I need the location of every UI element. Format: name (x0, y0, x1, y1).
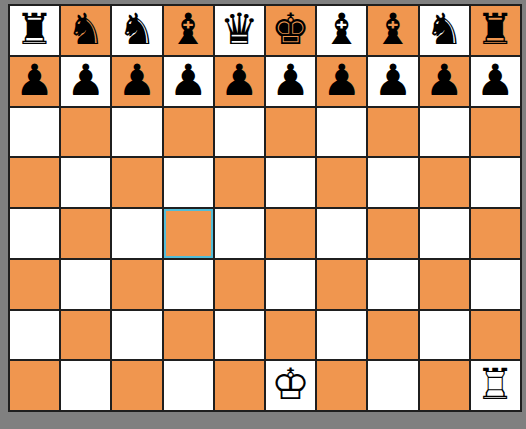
square-f6[interactable] (266, 108, 315, 157)
square-e8[interactable]: ♛ (215, 6, 264, 55)
square-c8[interactable]: ♞ (112, 6, 161, 55)
square-h7[interactable]: ♟ (368, 57, 417, 106)
square-d3[interactable] (164, 260, 213, 309)
square-i8[interactable]: ♞ (420, 6, 469, 55)
square-i4[interactable] (420, 209, 469, 258)
square-d7[interactable]: ♟ (164, 57, 213, 106)
square-a6[interactable] (10, 108, 59, 157)
square-h3[interactable] (368, 260, 417, 309)
square-d5[interactable] (164, 158, 213, 207)
black-pawn[interactable]: ♟ (374, 59, 413, 102)
black-bishop[interactable]: ♝ (169, 8, 208, 51)
square-j8[interactable]: ♜ (471, 6, 520, 55)
square-h6[interactable] (368, 108, 417, 157)
black-king[interactable]: ♚ (271, 8, 310, 51)
square-b7[interactable]: ♟ (61, 57, 110, 106)
square-i1[interactable] (420, 361, 469, 410)
square-f1[interactable]: ♔ (266, 361, 315, 410)
square-d1[interactable] (164, 361, 213, 410)
square-e4[interactable] (215, 209, 264, 258)
black-pawn[interactable]: ♟ (118, 59, 157, 102)
square-j4[interactable] (471, 209, 520, 258)
square-i3[interactable] (420, 260, 469, 309)
black-pawn[interactable]: ♟ (67, 59, 106, 102)
square-c7[interactable]: ♟ (112, 57, 161, 106)
square-d8[interactable]: ♝ (164, 6, 213, 55)
square-f3[interactable] (266, 260, 315, 309)
black-knight[interactable]: ♞ (118, 8, 157, 51)
square-h2[interactable] (368, 311, 417, 360)
black-pawn[interactable]: ♟ (476, 59, 515, 102)
square-a5[interactable] (10, 158, 59, 207)
square-c4[interactable] (112, 209, 161, 258)
square-j1[interactable]: ♖ (471, 361, 520, 410)
square-c2[interactable] (112, 311, 161, 360)
square-f5[interactable] (266, 158, 315, 207)
square-h4[interactable] (368, 209, 417, 258)
square-h5[interactable] (368, 158, 417, 207)
black-pawn[interactable]: ♟ (425, 59, 464, 102)
square-j3[interactable] (471, 260, 520, 309)
white-king[interactable]: ♔ (271, 363, 310, 406)
square-f7[interactable]: ♟ (266, 57, 315, 106)
square-e2[interactable] (215, 311, 264, 360)
square-j6[interactable] (471, 108, 520, 157)
square-a7[interactable]: ♟ (10, 57, 59, 106)
square-g4[interactable] (317, 209, 366, 258)
square-e5[interactable] (215, 158, 264, 207)
square-g8[interactable]: ♝ (317, 6, 366, 55)
square-d4[interactable] (164, 209, 213, 258)
black-bishop[interactable]: ♝ (374, 8, 413, 51)
black-bishop[interactable]: ♝ (323, 8, 362, 51)
square-b6[interactable] (61, 108, 110, 157)
black-pawn[interactable]: ♟ (271, 59, 310, 102)
square-g6[interactable] (317, 108, 366, 157)
square-e3[interactable] (215, 260, 264, 309)
square-c3[interactable] (112, 260, 161, 309)
square-c5[interactable] (112, 158, 161, 207)
square-f8[interactable]: ♚ (266, 6, 315, 55)
black-pawn[interactable]: ♟ (323, 59, 362, 102)
chess-board: ♜♞♞♝♛♚♝♝♞♜♟♟♟♟♟♟♟♟♟♟♔♖ (8, 4, 522, 412)
square-a8[interactable]: ♜ (10, 6, 59, 55)
square-d6[interactable] (164, 108, 213, 157)
square-b4[interactable] (61, 209, 110, 258)
square-b5[interactable] (61, 158, 110, 207)
square-c6[interactable] (112, 108, 161, 157)
square-e1[interactable] (215, 361, 264, 410)
black-pawn[interactable]: ♟ (220, 59, 259, 102)
square-g7[interactable]: ♟ (317, 57, 366, 106)
white-rook[interactable]: ♖ (476, 363, 515, 406)
square-b3[interactable] (61, 260, 110, 309)
square-h8[interactable]: ♝ (368, 6, 417, 55)
black-knight[interactable]: ♞ (67, 8, 106, 51)
square-c1[interactable] (112, 361, 161, 410)
square-i5[interactable] (420, 158, 469, 207)
square-g1[interactable] (317, 361, 366, 410)
square-h1[interactable] (368, 361, 417, 410)
black-queen[interactable]: ♛ (220, 8, 259, 51)
square-e6[interactable] (215, 108, 264, 157)
square-b8[interactable]: ♞ (61, 6, 110, 55)
window-background: ♜♞♞♝♛♚♝♝♞♜♟♟♟♟♟♟♟♟♟♟♔♖ (0, 0, 526, 429)
square-i6[interactable] (420, 108, 469, 157)
square-b1[interactable] (61, 361, 110, 410)
square-a4[interactable] (10, 209, 59, 258)
black-rook[interactable]: ♜ (15, 8, 54, 51)
square-i2[interactable] (420, 311, 469, 360)
square-i7[interactable]: ♟ (420, 57, 469, 106)
square-f2[interactable] (266, 311, 315, 360)
square-g5[interactable] (317, 158, 366, 207)
square-g3[interactable] (317, 260, 366, 309)
square-j7[interactable]: ♟ (471, 57, 520, 106)
square-f4[interactable] (266, 209, 315, 258)
square-g2[interactable] (317, 311, 366, 360)
square-d2[interactable] (164, 311, 213, 360)
black-pawn[interactable]: ♟ (15, 59, 54, 102)
square-a1[interactable] (10, 361, 59, 410)
black-rook[interactable]: ♜ (476, 8, 515, 51)
black-pawn[interactable]: ♟ (169, 59, 208, 102)
square-a3[interactable] (10, 260, 59, 309)
square-b2[interactable] (61, 311, 110, 360)
square-j2[interactable] (471, 311, 520, 360)
black-knight[interactable]: ♞ (425, 8, 464, 51)
square-e7[interactable]: ♟ (215, 57, 264, 106)
square-j5[interactable] (471, 158, 520, 207)
square-a2[interactable] (10, 311, 59, 360)
